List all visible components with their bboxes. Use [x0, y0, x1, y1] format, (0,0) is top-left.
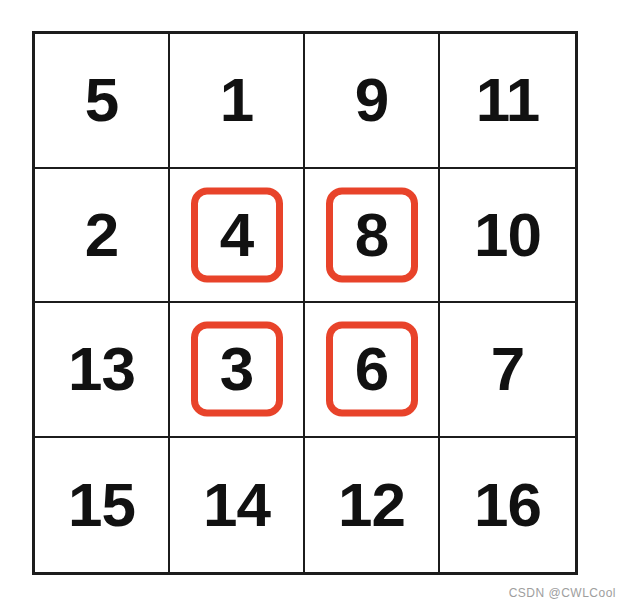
cell-number: 14 — [203, 474, 270, 536]
grid-cell-r2c1: 3 — [170, 303, 305, 438]
cell-number: 8 — [355, 204, 388, 266]
cell-number: 3 — [220, 338, 253, 400]
cell-number: 9 — [355, 69, 388, 131]
grid-cell-r2c2: 6 — [305, 303, 440, 438]
grid-cell-r0c0: 5 — [35, 34, 170, 169]
cell-number: 6 — [355, 338, 388, 400]
grid-cell-r0c3: 11 — [440, 34, 575, 169]
page: 51911248101336715141216 CSDN @CWLCool — [0, 0, 630, 610]
grid-cell-r1c0: 2 — [35, 169, 170, 304]
cell-number: 4 — [220, 204, 253, 266]
cell-number: 13 — [68, 338, 135, 400]
grid-cell-r2c3: 7 — [440, 303, 575, 438]
cell-number: 5 — [85, 69, 118, 131]
cell-number: 7 — [491, 338, 524, 400]
grid-cell-r1c2: 8 — [305, 169, 440, 304]
grid-cell-r0c1: 1 — [170, 34, 305, 169]
grid-cell-r1c3: 10 — [440, 169, 575, 304]
cell-number: 11 — [476, 69, 540, 131]
grid-cell-r3c2: 12 — [305, 438, 440, 573]
cell-number: 16 — [474, 474, 541, 536]
watermark: CSDN @CWLCool — [509, 586, 616, 600]
grid-cell-r3c3: 16 — [440, 438, 575, 573]
grid-cell-r2c0: 13 — [35, 303, 170, 438]
cell-number: 2 — [85, 204, 118, 266]
board: 51911248101336715141216 — [32, 31, 578, 575]
cell-number: 12 — [338, 474, 405, 536]
grid-cell-r3c0: 15 — [35, 438, 170, 573]
cell-number: 10 — [474, 204, 541, 266]
grid-cell-r3c1: 14 — [170, 438, 305, 573]
grid-cell-r0c2: 9 — [305, 34, 440, 169]
cell-number: 1 — [220, 69, 253, 131]
cell-number: 15 — [68, 474, 135, 536]
grid-cell-r1c1: 4 — [170, 169, 305, 304]
